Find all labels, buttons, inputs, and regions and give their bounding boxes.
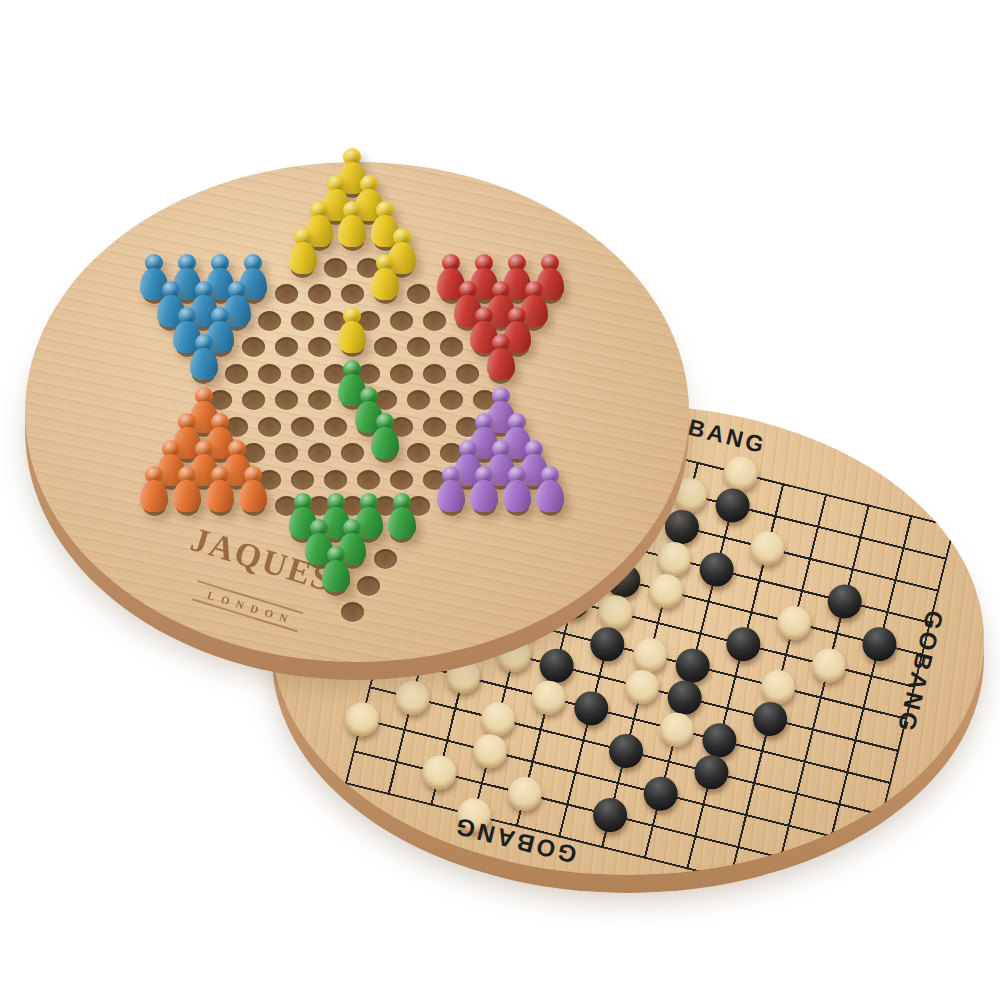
peg-purple (536, 466, 564, 512)
stone-black (640, 773, 681, 814)
peg-hole (324, 417, 347, 437)
peg-hole (291, 364, 314, 384)
stone-natural (720, 453, 761, 494)
peg-blue (190, 334, 218, 380)
stone-natural (773, 602, 814, 643)
peg-hole (407, 284, 430, 304)
peg-hole (407, 390, 430, 410)
peg-hole (357, 470, 380, 490)
peg-purple (470, 466, 498, 512)
peg-hole (324, 470, 347, 490)
stone-black (587, 624, 628, 665)
peg-hole (291, 417, 314, 437)
peg-red (487, 334, 515, 380)
peg-green (388, 493, 416, 539)
peg-hole (341, 284, 364, 304)
stone-black (664, 677, 705, 718)
peg-hole (291, 311, 314, 331)
peg-hole (324, 258, 347, 278)
peg-green (371, 413, 399, 459)
peg-yellow (338, 307, 366, 353)
stone-black (536, 645, 577, 686)
peg-hole (341, 443, 364, 463)
peg-orange (173, 466, 201, 512)
peg-hole (456, 364, 479, 384)
peg-hole (258, 364, 281, 384)
stone-natural (392, 677, 433, 718)
peg-hole (423, 417, 446, 437)
peg-hole (407, 443, 430, 463)
stone-natural (808, 645, 849, 686)
stone-black (824, 581, 865, 622)
product-photo-scene: GOBANG GOBANG GOBANG JAQUES LONDON (0, 0, 1000, 1000)
stone-black (749, 698, 790, 739)
peg-hole (258, 417, 281, 437)
peg-hole (308, 390, 331, 410)
peg-hole (390, 470, 413, 490)
stone-natural (656, 709, 697, 750)
peg-hole (275, 443, 298, 463)
peg-yellow (371, 254, 399, 300)
stone-natural (477, 699, 518, 740)
stone-natural (419, 752, 460, 793)
peg-hole (275, 390, 298, 410)
peg-hole (357, 576, 380, 596)
peg-hole (258, 311, 281, 331)
stone-natural (341, 699, 382, 740)
peg-hole (308, 337, 331, 357)
peg-hole (374, 549, 397, 569)
peg-hole (390, 311, 413, 331)
peg-orange (206, 466, 234, 512)
peg-hole (275, 337, 298, 357)
peg-hole (390, 364, 413, 384)
peg-hole (407, 337, 430, 357)
peg-yellow (289, 228, 317, 274)
peg-hole (291, 470, 314, 490)
stone-natural (757, 666, 798, 707)
peg-hole (225, 364, 248, 384)
stone-black (672, 645, 713, 686)
peg-hole (308, 284, 331, 304)
peg-yellow (338, 201, 366, 247)
peg-green (322, 546, 350, 592)
peg-hole (242, 337, 265, 357)
stone-black (712, 485, 753, 526)
peg-hole (308, 443, 331, 463)
peg-hole (440, 337, 463, 357)
peg-hole (242, 390, 265, 410)
stone-natural (629, 634, 670, 675)
stone-natural (747, 528, 788, 569)
peg-orange (140, 466, 168, 512)
peg-hole (374, 337, 397, 357)
stone-black (571, 688, 612, 729)
peg-hole (423, 364, 446, 384)
stone-natural (528, 677, 569, 718)
peg-purple (437, 466, 465, 512)
stone-natural (504, 773, 545, 814)
stone-natural (469, 731, 510, 772)
peg-orange (239, 466, 267, 512)
peg-hole (275, 284, 298, 304)
stone-black (605, 730, 646, 771)
stone-black (859, 624, 900, 665)
stone-black (696, 549, 737, 590)
peg-hole (341, 602, 364, 622)
peg-hole (440, 390, 463, 410)
stone-black (691, 752, 732, 793)
stone-black (723, 624, 764, 665)
stone-black (699, 720, 740, 761)
stone-black (589, 794, 630, 835)
stone-natural (621, 666, 662, 707)
peg-hole (423, 311, 446, 331)
stone-natural (653, 538, 694, 579)
peg-purple (503, 466, 531, 512)
stone-natural (645, 570, 686, 611)
